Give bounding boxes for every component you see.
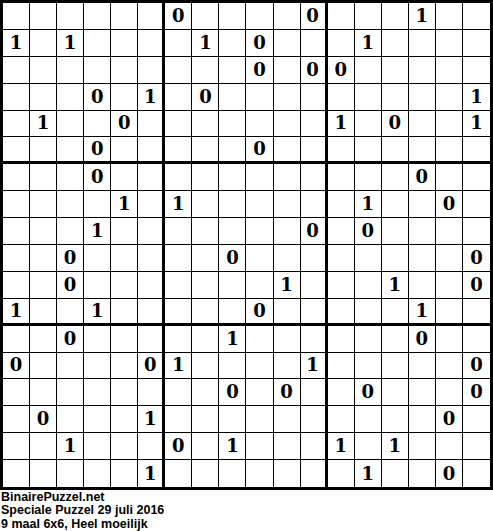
cell-r6c17-empty[interactable]	[436, 137, 463, 164]
cell-r16c1-empty[interactable]	[3, 406, 30, 433]
cell-r4c10-empty[interactable]	[246, 84, 273, 111]
cell-r12c6-empty[interactable]	[138, 299, 165, 326]
cell-r18c2-empty[interactable]	[30, 460, 57, 487]
cell-r17c17-empty[interactable]	[436, 433, 463, 460]
cell-r5c11-empty[interactable]	[274, 111, 301, 138]
cell-r5c16-empty[interactable]	[409, 111, 436, 138]
cell-r11c1-empty[interactable]	[3, 272, 30, 299]
cell-r3c3-empty[interactable]	[57, 57, 84, 84]
cell-r1c9-empty[interactable]	[219, 3, 246, 30]
cell-r6c7-empty[interactable]	[165, 137, 192, 164]
cell-r14c1-given: 0	[3, 353, 30, 380]
footer-site: BinairePuzzel.net	[1, 491, 493, 504]
cell-r5c10-empty[interactable]	[246, 111, 273, 138]
cell-r15c10-empty[interactable]	[246, 379, 273, 406]
cell-r10c8-empty[interactable]	[192, 245, 219, 272]
cell-r16c3-empty[interactable]	[57, 406, 84, 433]
cell-r12c10-given: 0	[246, 299, 273, 326]
cell-r12c17-empty[interactable]	[436, 299, 463, 326]
cell-r9c16-empty[interactable]	[409, 218, 436, 245]
cell-r5c14-empty[interactable]	[355, 111, 382, 138]
cell-r18c7-empty[interactable]	[165, 460, 192, 487]
cell-r11c10-empty[interactable]	[246, 272, 273, 299]
cell-r4c18-given: 1	[463, 84, 490, 111]
cell-r3c6-empty[interactable]	[138, 57, 165, 84]
cell-r3c5-empty[interactable]	[111, 57, 138, 84]
cell-r13c15-empty[interactable]	[382, 326, 409, 353]
cell-r16c11-empty[interactable]	[274, 406, 301, 433]
cell-r7c16-given: 0	[409, 164, 436, 191]
cell-r3c18-empty[interactable]	[463, 57, 490, 84]
cell-r12c14-empty[interactable]	[355, 299, 382, 326]
cell-r9c15-empty[interactable]	[382, 218, 409, 245]
cell-r4c12-empty[interactable]	[301, 84, 328, 111]
cell-r15c2-empty[interactable]	[30, 379, 57, 406]
cell-r8c3-empty[interactable]	[57, 191, 84, 218]
cell-r6c12-empty[interactable]	[301, 137, 328, 164]
cell-r17c2-empty[interactable]	[30, 433, 57, 460]
cell-r10c13-empty[interactable]	[328, 245, 355, 272]
cell-r8c9-empty[interactable]	[219, 191, 246, 218]
cell-r8c17-given: 0	[436, 191, 463, 218]
cell-r14c9-empty[interactable]	[219, 353, 246, 380]
cell-r11c3-given: 0	[57, 272, 84, 299]
cell-r5c4-empty[interactable]	[84, 111, 111, 138]
cell-r15c13-empty[interactable]	[328, 379, 355, 406]
cell-r1c16-given: 1	[409, 3, 436, 30]
cell-r15c1-empty[interactable]	[3, 379, 30, 406]
cell-r1c15-empty[interactable]	[382, 3, 409, 30]
cell-r7c7-empty[interactable]	[165, 164, 192, 191]
cell-r13c13-empty[interactable]	[328, 326, 355, 353]
cell-r9c2-empty[interactable]	[30, 218, 57, 245]
cell-r6c13-empty[interactable]	[328, 137, 355, 164]
cell-r4c13-empty[interactable]	[328, 84, 355, 111]
cell-r5c1-empty[interactable]	[3, 111, 30, 138]
cell-r7c17-empty[interactable]	[436, 164, 463, 191]
cell-r1c13-empty[interactable]	[328, 3, 355, 30]
cell-r11c14-empty[interactable]	[355, 272, 382, 299]
cell-r16c7-empty[interactable]	[165, 406, 192, 433]
cell-r10c15-empty[interactable]	[382, 245, 409, 272]
cell-r14c11-empty[interactable]	[274, 353, 301, 380]
cell-r9c13-empty[interactable]	[328, 218, 355, 245]
cell-r16c17-given: 0	[436, 406, 463, 433]
cell-r17c4-empty[interactable]	[84, 433, 111, 460]
cell-r15c17-empty[interactable]	[436, 379, 463, 406]
cell-r8c1-empty[interactable]	[3, 191, 30, 218]
cell-r7c11-empty[interactable]	[274, 164, 301, 191]
cell-r7c14-empty[interactable]	[355, 164, 382, 191]
cell-r10c11-empty[interactable]	[274, 245, 301, 272]
cell-r3c4-empty[interactable]	[84, 57, 111, 84]
cell-r16c8-empty[interactable]	[192, 406, 219, 433]
cell-r14c10-empty[interactable]	[246, 353, 273, 380]
cell-r15c14-given: 0	[355, 379, 382, 406]
cell-r3c8-empty[interactable]	[192, 57, 219, 84]
cell-r17c14-empty[interactable]	[355, 433, 382, 460]
cell-r4c9-empty[interactable]	[219, 84, 246, 111]
cell-r3c14-empty[interactable]	[355, 57, 382, 84]
cell-r8c10-empty[interactable]	[246, 191, 273, 218]
cell-r4c14-empty[interactable]	[355, 84, 382, 111]
cell-r17c6-empty[interactable]	[138, 433, 165, 460]
cell-r18c18-empty[interactable]	[463, 460, 490, 487]
cell-r16c15-empty[interactable]	[382, 406, 409, 433]
cell-r18c10-empty[interactable]	[246, 460, 273, 487]
cell-r6c6-empty[interactable]	[138, 137, 165, 164]
cell-r13c12-empty[interactable]	[301, 326, 328, 353]
cell-r6c5-empty[interactable]	[111, 137, 138, 164]
cell-r18c1-empty[interactable]	[3, 460, 30, 487]
cell-r12c3-empty[interactable]	[57, 299, 84, 326]
cell-r10c14-empty[interactable]	[355, 245, 382, 272]
cell-r15c7-empty[interactable]	[165, 379, 192, 406]
cell-r13c6-empty[interactable]	[138, 326, 165, 353]
cell-r1c6-empty[interactable]	[138, 3, 165, 30]
cell-r15c11-given: 0	[274, 379, 301, 406]
cell-r3c2-empty[interactable]	[30, 57, 57, 84]
cell-r16c4-empty[interactable]	[84, 406, 111, 433]
cell-r15c3-empty[interactable]	[57, 379, 84, 406]
cell-r13c11-empty[interactable]	[274, 326, 301, 353]
cell-r10c2-empty[interactable]	[30, 245, 57, 272]
cell-r13c4-empty[interactable]	[84, 326, 111, 353]
cell-r4c3-empty[interactable]	[57, 84, 84, 111]
cell-r1c10-empty[interactable]	[246, 3, 273, 30]
cell-r13c7-empty[interactable]	[165, 326, 192, 353]
cell-r11c2-empty[interactable]	[30, 272, 57, 299]
cell-r14c2-empty[interactable]	[30, 353, 57, 380]
cell-r2c6-empty[interactable]	[138, 30, 165, 57]
cell-r2c4-empty[interactable]	[84, 30, 111, 57]
cell-r4c1-empty[interactable]	[3, 84, 30, 111]
cell-r18c3-empty[interactable]	[57, 460, 84, 487]
cell-r13c9-given: 1	[219, 326, 246, 353]
cell-r12c16-given: 1	[409, 299, 436, 326]
cell-r17c18-empty[interactable]	[463, 433, 490, 460]
cell-r15c16-empty[interactable]	[409, 379, 436, 406]
cell-r17c8-empty[interactable]	[192, 433, 219, 460]
cell-r3c13-given: 0	[328, 57, 355, 84]
cell-r15c5-empty[interactable]	[111, 379, 138, 406]
cell-r14c8-empty[interactable]	[192, 353, 219, 380]
cell-r13c17-empty[interactable]	[436, 326, 463, 353]
cell-r13c10-empty[interactable]	[246, 326, 273, 353]
cell-r2c9-empty[interactable]	[219, 30, 246, 57]
cell-r6c11-empty[interactable]	[274, 137, 301, 164]
cell-r2c2-empty[interactable]	[30, 30, 57, 57]
cell-r2c17-empty[interactable]	[436, 30, 463, 57]
cell-r14c15-empty[interactable]	[382, 353, 409, 380]
footer: BinairePuzzel.net Speciale Puzzel 29 jul…	[0, 490, 493, 531]
cell-r12c9-empty[interactable]	[219, 299, 246, 326]
cell-r17c16-empty[interactable]	[409, 433, 436, 460]
cell-r17c1-empty[interactable]	[3, 433, 30, 460]
cell-r7c3-empty[interactable]	[57, 164, 84, 191]
cell-r16c14-empty[interactable]	[355, 406, 382, 433]
cell-r10c5-empty[interactable]	[111, 245, 138, 272]
cell-r7c8-empty[interactable]	[192, 164, 219, 191]
cell-r6c8-empty[interactable]	[192, 137, 219, 164]
cell-r18c16-empty[interactable]	[409, 460, 436, 487]
cell-r11c18-given: 0	[463, 272, 490, 299]
cell-r4c6-given: 1	[138, 84, 165, 111]
cell-r6c14-empty[interactable]	[355, 137, 382, 164]
cell-r15c9-given: 0	[219, 379, 246, 406]
cell-r8c7-given: 1	[165, 191, 192, 218]
cell-r3c1-empty[interactable]	[3, 57, 30, 84]
cell-r12c8-empty[interactable]	[192, 299, 219, 326]
cell-r13c14-empty[interactable]	[355, 326, 382, 353]
cell-r5c9-empty[interactable]	[219, 111, 246, 138]
cell-r14c16-empty[interactable]	[409, 353, 436, 380]
cell-r4c11-empty[interactable]	[274, 84, 301, 111]
cell-r5c3-empty[interactable]	[57, 111, 84, 138]
cell-r18c15-empty[interactable]	[382, 460, 409, 487]
cell-r18c4-empty[interactable]	[84, 460, 111, 487]
cell-r1c2-empty[interactable]	[30, 3, 57, 30]
cell-r4c2-empty[interactable]	[30, 84, 57, 111]
cell-r8c15-empty[interactable]	[382, 191, 409, 218]
cell-r3c12-given: 0	[301, 57, 328, 84]
cell-r1c18-empty[interactable]	[463, 3, 490, 30]
cell-r10c4-empty[interactable]	[84, 245, 111, 272]
cell-r7c1-empty[interactable]	[3, 164, 30, 191]
cell-r14c5-empty[interactable]	[111, 353, 138, 380]
cell-r6c15-empty[interactable]	[382, 137, 409, 164]
cell-r4c16-empty[interactable]	[409, 84, 436, 111]
cell-r15c6-empty[interactable]	[138, 379, 165, 406]
cell-r4c4-given: 0	[84, 84, 111, 111]
cell-r8c11-empty[interactable]	[274, 191, 301, 218]
cell-r16c6-given: 1	[138, 406, 165, 433]
cell-r16c13-empty[interactable]	[328, 406, 355, 433]
cell-r1c12-given: 0	[301, 3, 328, 30]
cell-r7c10-empty[interactable]	[246, 164, 273, 191]
cell-r12c5-empty[interactable]	[111, 299, 138, 326]
cell-r15c15-empty[interactable]	[382, 379, 409, 406]
cell-r17c5-empty[interactable]	[111, 433, 138, 460]
cell-r12c7-empty[interactable]	[165, 299, 192, 326]
cell-r5c17-empty[interactable]	[436, 111, 463, 138]
cell-r15c8-empty[interactable]	[192, 379, 219, 406]
cell-r2c5-empty[interactable]	[111, 30, 138, 57]
cell-r7c5-empty[interactable]	[111, 164, 138, 191]
cell-r17c12-empty[interactable]	[301, 433, 328, 460]
cell-r2c16-empty[interactable]	[409, 30, 436, 57]
cell-r2c13-empty[interactable]	[328, 30, 355, 57]
cell-r1c11-empty[interactable]	[274, 3, 301, 30]
cell-r9c17-empty[interactable]	[436, 218, 463, 245]
cell-r4c8-given: 0	[192, 84, 219, 111]
cell-r11c12-empty[interactable]	[301, 272, 328, 299]
cell-r6c9-empty[interactable]	[219, 137, 246, 164]
cell-r14c6-given: 0	[138, 353, 165, 380]
cell-r2c12-empty[interactable]	[301, 30, 328, 57]
cell-r1c3-empty[interactable]	[57, 3, 84, 30]
cell-r11c7-empty[interactable]	[165, 272, 192, 299]
cell-r18c11-empty[interactable]	[274, 460, 301, 487]
cell-r8c4-empty[interactable]	[84, 191, 111, 218]
cell-r16c12-empty[interactable]	[301, 406, 328, 433]
cell-r14c14-empty[interactable]	[355, 353, 382, 380]
cell-r3c9-empty[interactable]	[219, 57, 246, 84]
cell-r5c7-empty[interactable]	[165, 111, 192, 138]
cell-r4c5-empty[interactable]	[111, 84, 138, 111]
cell-r3c16-empty[interactable]	[409, 57, 436, 84]
cell-r12c11-empty[interactable]	[274, 299, 301, 326]
cell-r9c10-empty[interactable]	[246, 218, 273, 245]
cell-r16c16-empty[interactable]	[409, 406, 436, 433]
cell-r2c11-empty[interactable]	[274, 30, 301, 57]
cell-r4c15-empty[interactable]	[382, 84, 409, 111]
cell-r11c13-empty[interactable]	[328, 272, 355, 299]
cell-r6c18-empty[interactable]	[463, 137, 490, 164]
cell-r10c18-given: 0	[463, 245, 490, 272]
cell-r9c18-empty[interactable]	[463, 218, 490, 245]
cell-r2c18-empty[interactable]	[463, 30, 490, 57]
cell-r9c12-given: 0	[301, 218, 328, 245]
cell-r6c16-empty[interactable]	[409, 137, 436, 164]
cell-r10c10-empty[interactable]	[246, 245, 273, 272]
cell-r3c17-empty[interactable]	[436, 57, 463, 84]
cell-r7c18-empty[interactable]	[463, 164, 490, 191]
cell-r7c2-empty[interactable]	[30, 164, 57, 191]
cell-r3c7-empty[interactable]	[165, 57, 192, 84]
cell-r6c2-empty[interactable]	[30, 137, 57, 164]
cell-r18c13-empty[interactable]	[328, 460, 355, 487]
cell-r4c7-empty[interactable]	[165, 84, 192, 111]
cell-r9c7-empty[interactable]	[165, 218, 192, 245]
cell-r13c1-empty[interactable]	[3, 326, 30, 353]
cell-r13c8-empty[interactable]	[192, 326, 219, 353]
cell-r7c13-empty[interactable]	[328, 164, 355, 191]
cell-r7c15-empty[interactable]	[382, 164, 409, 191]
cell-r1c14-empty[interactable]	[355, 3, 382, 30]
cell-r10c6-empty[interactable]	[138, 245, 165, 272]
cell-r10c16-empty[interactable]	[409, 245, 436, 272]
cell-r12c18-empty[interactable]	[463, 299, 490, 326]
cell-r14c17-empty[interactable]	[436, 353, 463, 380]
cell-r9c5-empty[interactable]	[111, 218, 138, 245]
cell-r7c9-empty[interactable]	[219, 164, 246, 191]
cell-r10c12-empty[interactable]	[301, 245, 328, 272]
cell-r10c17-empty[interactable]	[436, 245, 463, 272]
cell-r6c1-empty[interactable]	[3, 137, 30, 164]
cell-r11c16-empty[interactable]	[409, 272, 436, 299]
cell-r18c9-empty[interactable]	[219, 460, 246, 487]
cell-r8c6-empty[interactable]	[138, 191, 165, 218]
cell-r16c10-empty[interactable]	[246, 406, 273, 433]
cell-r12c12-empty[interactable]	[301, 299, 328, 326]
cell-r12c13-empty[interactable]	[328, 299, 355, 326]
cell-r14c12-given: 1	[301, 353, 328, 380]
cell-r1c7-given: 0	[165, 3, 192, 30]
cell-r16c9-empty[interactable]	[219, 406, 246, 433]
cell-r3c11-empty[interactable]	[274, 57, 301, 84]
cell-r15c4-empty[interactable]	[84, 379, 111, 406]
cell-r11c8-empty[interactable]	[192, 272, 219, 299]
cell-r17c9-given: 1	[219, 433, 246, 460]
cell-r14c18-given: 0	[463, 353, 490, 380]
cell-r16c18-empty[interactable]	[463, 406, 490, 433]
cell-r6c3-empty[interactable]	[57, 137, 84, 164]
cell-r7c6-empty[interactable]	[138, 164, 165, 191]
cell-r4c17-empty[interactable]	[436, 84, 463, 111]
cell-r9c9-empty[interactable]	[219, 218, 246, 245]
cell-r15c12-empty[interactable]	[301, 379, 328, 406]
cell-r8c2-empty[interactable]	[30, 191, 57, 218]
cell-r5c12-empty[interactable]	[301, 111, 328, 138]
cell-r6c10-given: 0	[246, 137, 273, 164]
cell-r11c9-empty[interactable]	[219, 272, 246, 299]
cell-r11c4-empty[interactable]	[84, 272, 111, 299]
cell-r17c3-given: 1	[57, 433, 84, 460]
cell-r8c12-empty[interactable]	[301, 191, 328, 218]
cell-r13c2-empty[interactable]	[30, 326, 57, 353]
cell-r14c13-empty[interactable]	[328, 353, 355, 380]
cell-r9c3-empty[interactable]	[57, 218, 84, 245]
cell-r9c4-given: 1	[84, 218, 111, 245]
cell-r9c1-empty[interactable]	[3, 218, 30, 245]
cell-r18c6-given: 1	[138, 460, 165, 487]
cell-r5c2-given: 1	[30, 111, 57, 138]
cell-r11c17-empty[interactable]	[436, 272, 463, 299]
cell-r9c14-given: 0	[355, 218, 382, 245]
cell-r1c1-empty[interactable]	[3, 3, 30, 30]
cell-r13c3-given: 0	[57, 326, 84, 353]
cell-r3c15-empty[interactable]	[382, 57, 409, 84]
cell-r11c6-empty[interactable]	[138, 272, 165, 299]
board: 0011110100001011010100001110100000011011…	[0, 0, 493, 490]
cell-r9c6-empty[interactable]	[138, 218, 165, 245]
cell-r13c18-empty[interactable]	[463, 326, 490, 353]
cell-r8c13-empty[interactable]	[328, 191, 355, 218]
cell-r1c5-empty[interactable]	[111, 3, 138, 30]
cell-r18c5-empty[interactable]	[111, 460, 138, 487]
cell-r14c4-empty[interactable]	[84, 353, 111, 380]
cell-r1c8-empty[interactable]	[192, 3, 219, 30]
cell-r8c8-empty[interactable]	[192, 191, 219, 218]
cell-r12c15-empty[interactable]	[382, 299, 409, 326]
cell-r8c16-empty[interactable]	[409, 191, 436, 218]
cell-r5c8-empty[interactable]	[192, 111, 219, 138]
cell-r18c12-empty[interactable]	[301, 460, 328, 487]
cell-r1c17-empty[interactable]	[436, 3, 463, 30]
cell-r16c5-empty[interactable]	[111, 406, 138, 433]
cell-r2c7-empty[interactable]	[165, 30, 192, 57]
cell-r5c15-given: 0	[382, 111, 409, 138]
cell-r9c11-empty[interactable]	[274, 218, 301, 245]
cell-r17c11-empty[interactable]	[274, 433, 301, 460]
cell-r10c1-empty[interactable]	[3, 245, 30, 272]
cell-r12c2-empty[interactable]	[30, 299, 57, 326]
cell-r7c4-given: 0	[84, 164, 111, 191]
cell-r13c5-empty[interactable]	[111, 326, 138, 353]
cell-r2c15-empty[interactable]	[382, 30, 409, 57]
cell-r8c18-empty[interactable]	[463, 191, 490, 218]
cell-r18c8-empty[interactable]	[192, 460, 219, 487]
cell-r5c6-empty[interactable]	[138, 111, 165, 138]
cell-r14c3-empty[interactable]	[57, 353, 84, 380]
cell-r1c4-empty[interactable]	[84, 3, 111, 30]
cell-r10c7-empty[interactable]	[165, 245, 192, 272]
cell-r7c12-empty[interactable]	[301, 164, 328, 191]
cell-r11c5-empty[interactable]	[111, 272, 138, 299]
cell-r17c10-empty[interactable]	[246, 433, 273, 460]
cell-r9c8-empty[interactable]	[192, 218, 219, 245]
